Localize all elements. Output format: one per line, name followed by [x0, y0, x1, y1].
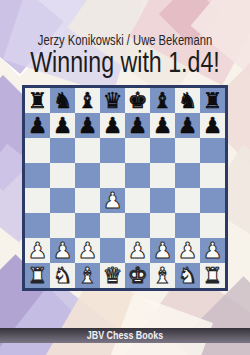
chess-board: ♜♞♝♛♚♝♞♜♟♟♟♟♟♟♟♟♟♟♟♟♟♟♟♟♜♞♝♛♚♝♞♜ — [22, 85, 228, 291]
square-g2: ♟ — [175, 238, 200, 263]
white-pawn: ♟ — [153, 238, 173, 263]
square-f3 — [150, 213, 175, 238]
square-d4: ♟ — [100, 188, 125, 213]
square-a8: ♜ — [25, 88, 50, 113]
square-g3 — [175, 213, 200, 238]
publisher-band: JBV Chess Books — [0, 328, 250, 343]
white-bishop: ♝ — [78, 263, 98, 288]
black-pawn: ♟ — [53, 113, 73, 138]
black-pawn: ♟ — [203, 113, 223, 138]
black-pawn: ♟ — [153, 113, 173, 138]
black-knight: ♞ — [178, 88, 198, 113]
square-c7: ♟ — [75, 113, 100, 138]
black-rook: ♜ — [28, 88, 48, 113]
square-d6 — [100, 138, 125, 163]
square-e5 — [125, 163, 150, 188]
square-h5 — [200, 163, 225, 188]
square-b1: ♞ — [50, 263, 75, 288]
square-d5 — [100, 163, 125, 188]
black-rook: ♜ — [203, 88, 223, 113]
square-f8: ♝ — [150, 88, 175, 113]
white-knight: ♞ — [53, 263, 73, 288]
square-e3 — [125, 213, 150, 238]
square-b6 — [50, 138, 75, 163]
square-g4 — [175, 188, 200, 213]
square-g8: ♞ — [175, 88, 200, 113]
square-h4 — [200, 188, 225, 213]
square-a6 — [25, 138, 50, 163]
book-title: Winning with 1.d4! — [25, 47, 225, 78]
square-f7: ♟ — [150, 113, 175, 138]
black-king: ♚ — [128, 88, 148, 113]
square-a4 — [25, 188, 50, 213]
black-pawn: ♟ — [103, 113, 123, 138]
square-c6 — [75, 138, 100, 163]
square-g5 — [175, 163, 200, 188]
square-c3 — [75, 213, 100, 238]
book-cover: Jerzy Konikowski / Uwe Bekemann Winning … — [0, 0, 250, 355]
black-knight: ♞ — [53, 88, 73, 113]
square-e1: ♚ — [125, 263, 150, 288]
white-pawn: ♟ — [28, 238, 48, 263]
square-e6 — [125, 138, 150, 163]
square-h1: ♜ — [200, 263, 225, 288]
square-f6 — [150, 138, 175, 163]
square-e4 — [125, 188, 150, 213]
publisher-name: JBV Chess Books — [87, 328, 163, 343]
square-f2: ♟ — [150, 238, 175, 263]
square-e2: ♟ — [125, 238, 150, 263]
square-c2: ♟ — [75, 238, 100, 263]
square-b8: ♞ — [50, 88, 75, 113]
square-a1: ♜ — [25, 263, 50, 288]
square-d2 — [100, 238, 125, 263]
square-g6 — [175, 138, 200, 163]
white-pawn: ♟ — [78, 238, 98, 263]
square-d7: ♟ — [100, 113, 125, 138]
square-f1: ♝ — [150, 263, 175, 288]
square-f4 — [150, 188, 175, 213]
square-a3 — [25, 213, 50, 238]
square-b5 — [50, 163, 75, 188]
black-bishop: ♝ — [78, 88, 98, 113]
white-king: ♚ — [128, 263, 148, 288]
square-b7: ♟ — [50, 113, 75, 138]
square-b4 — [50, 188, 75, 213]
square-c1: ♝ — [75, 263, 100, 288]
black-queen: ♛ — [103, 88, 123, 113]
black-pawn: ♟ — [78, 113, 98, 138]
black-bishop: ♝ — [153, 88, 173, 113]
square-c5 — [75, 163, 100, 188]
square-c4 — [75, 188, 100, 213]
square-c8: ♝ — [75, 88, 100, 113]
white-knight: ♞ — [178, 263, 198, 288]
white-rook: ♜ — [203, 263, 223, 288]
square-a2: ♟ — [25, 238, 50, 263]
black-pawn: ♟ — [28, 113, 48, 138]
square-d8: ♛ — [100, 88, 125, 113]
square-h3 — [200, 213, 225, 238]
square-h8: ♜ — [200, 88, 225, 113]
white-pawn: ♟ — [178, 238, 198, 263]
black-pawn: ♟ — [128, 113, 148, 138]
square-b2: ♟ — [50, 238, 75, 263]
black-pawn: ♟ — [178, 113, 198, 138]
white-pawn: ♟ — [103, 188, 123, 213]
square-e7: ♟ — [125, 113, 150, 138]
square-d3 — [100, 213, 125, 238]
square-g1: ♞ — [175, 263, 200, 288]
white-pawn: ♟ — [53, 238, 73, 263]
square-h6 — [200, 138, 225, 163]
square-g7: ♟ — [175, 113, 200, 138]
square-e8: ♚ — [125, 88, 150, 113]
white-queen: ♛ — [103, 263, 123, 288]
square-f5 — [150, 163, 175, 188]
square-d1: ♛ — [100, 263, 125, 288]
white-pawn: ♟ — [203, 238, 223, 263]
white-pawn: ♟ — [128, 238, 148, 263]
white-rook: ♜ — [28, 263, 48, 288]
square-h7: ♟ — [200, 113, 225, 138]
square-a7: ♟ — [25, 113, 50, 138]
white-bishop: ♝ — [153, 263, 173, 288]
square-a5 — [25, 163, 50, 188]
square-b3 — [50, 213, 75, 238]
square-h2: ♟ — [200, 238, 225, 263]
